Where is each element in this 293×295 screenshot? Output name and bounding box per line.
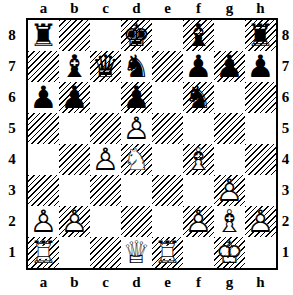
square-g2[interactable]: ♝♗ bbox=[214, 206, 245, 237]
piece-black-pawn: ♟ bbox=[216, 51, 244, 82]
square-d2[interactable] bbox=[121, 206, 152, 237]
square-g5[interactable] bbox=[214, 113, 245, 144]
square-a3[interactable] bbox=[28, 175, 59, 206]
square-h6[interactable] bbox=[245, 82, 276, 113]
square-f3[interactable] bbox=[183, 175, 214, 206]
square-b3[interactable] bbox=[59, 175, 90, 206]
rank-label-3: 3 bbox=[282, 183, 290, 198]
square-h5[interactable] bbox=[245, 113, 276, 144]
square-e1[interactable]: ♜♖ bbox=[152, 237, 183, 268]
piece-black-pawn: ♟ bbox=[123, 82, 151, 113]
square-g3[interactable]: ♟♙ bbox=[214, 175, 245, 206]
file-label-e: e bbox=[164, 1, 171, 16]
piece-white-bishop: ♝♗ bbox=[185, 144, 213, 175]
square-c4[interactable]: ♟♙ bbox=[90, 144, 121, 175]
square-g7[interactable]: ♟ bbox=[214, 51, 245, 82]
square-d8[interactable]: ♚ bbox=[121, 20, 152, 51]
piece-black-pawn: ♟ bbox=[30, 82, 58, 113]
rank-label-4: 4 bbox=[8, 152, 16, 167]
piece-white-rook: ♜♖ bbox=[30, 237, 58, 268]
piece-white-knight: ♞♘ bbox=[123, 144, 151, 175]
square-g6[interactable] bbox=[214, 82, 245, 113]
file-label-g: g bbox=[226, 1, 234, 16]
piece-white-pawn: ♟♙ bbox=[216, 175, 244, 206]
piece-white-pawn: ♟♙ bbox=[123, 113, 151, 144]
square-e3[interactable] bbox=[152, 175, 183, 206]
square-f4[interactable]: ♝♗ bbox=[183, 144, 214, 175]
square-h2[interactable]: ♟♙ bbox=[245, 206, 276, 237]
square-d4[interactable]: ♞♘ bbox=[121, 144, 152, 175]
square-a4[interactable] bbox=[28, 144, 59, 175]
piece-white-pawn: ♟♙ bbox=[185, 206, 213, 237]
file-label-a: a bbox=[40, 1, 48, 16]
piece-white-rook: ♜♖ bbox=[154, 237, 182, 268]
file-label-c: c bbox=[102, 275, 109, 290]
square-b8[interactable] bbox=[59, 20, 90, 51]
square-c5[interactable] bbox=[90, 113, 121, 144]
square-h4[interactable] bbox=[245, 144, 276, 175]
piece-black-knight: ♞ bbox=[185, 82, 213, 113]
piece-black-pawn: ♟ bbox=[185, 51, 213, 82]
square-a2[interactable]: ♟♙ bbox=[28, 206, 59, 237]
file-label-h: h bbox=[256, 1, 264, 16]
rank-label-6: 6 bbox=[282, 90, 290, 105]
rank-label-1: 1 bbox=[282, 245, 290, 260]
piece-black-pawn: ♟ bbox=[61, 82, 89, 113]
square-c6[interactable] bbox=[90, 82, 121, 113]
square-f1[interactable] bbox=[183, 237, 214, 268]
square-e7[interactable] bbox=[152, 51, 183, 82]
square-b2[interactable]: ♟♙ bbox=[59, 206, 90, 237]
square-a7[interactable] bbox=[28, 51, 59, 82]
file-label-e: e bbox=[164, 275, 171, 290]
square-c2[interactable] bbox=[90, 206, 121, 237]
piece-white-bishop: ♝♗ bbox=[216, 206, 244, 237]
square-h1[interactable] bbox=[245, 237, 276, 268]
square-f2[interactable]: ♟♙ bbox=[183, 206, 214, 237]
square-c1[interactable] bbox=[90, 237, 121, 268]
square-h7[interactable]: ♟ bbox=[245, 51, 276, 82]
rank-label-7: 7 bbox=[282, 59, 290, 74]
square-d7[interactable]: ♞ bbox=[121, 51, 152, 82]
square-b6[interactable]: ♟ bbox=[59, 82, 90, 113]
square-e6[interactable] bbox=[152, 82, 183, 113]
square-e5[interactable] bbox=[152, 113, 183, 144]
rank-label-8: 8 bbox=[282, 28, 290, 43]
piece-black-rook: ♜ bbox=[30, 20, 58, 51]
piece-black-pawn: ♟ bbox=[247, 51, 275, 82]
file-label-b: b bbox=[70, 275, 78, 290]
piece-black-queen: ♛ bbox=[92, 51, 120, 82]
square-e4[interactable] bbox=[152, 144, 183, 175]
rank-label-6: 6 bbox=[8, 90, 16, 105]
rank-label-8: 8 bbox=[8, 28, 16, 43]
chess-board: ♜♚♝♜♝♛♞♟♟♟♟♟♟♞♟♙♟♙♞♘♝♗♟♙♟♙♟♙♟♙♝♗♟♙♜♖♛♕♜♖… bbox=[26, 18, 278, 270]
piece-black-rook: ♜ bbox=[247, 20, 275, 51]
square-g4[interactable] bbox=[214, 144, 245, 175]
square-d3[interactable] bbox=[121, 175, 152, 206]
square-g1[interactable]: ♚♔ bbox=[214, 237, 245, 268]
square-c3[interactable] bbox=[90, 175, 121, 206]
rank-labels-left: 87654321 bbox=[0, 20, 24, 268]
square-a5[interactable] bbox=[28, 113, 59, 144]
file-label-d: d bbox=[132, 1, 140, 16]
square-e2[interactable] bbox=[152, 206, 183, 237]
rank-label-4: 4 bbox=[282, 152, 290, 167]
square-b4[interactable] bbox=[59, 144, 90, 175]
file-label-f: f bbox=[196, 1, 201, 16]
file-label-a: a bbox=[40, 275, 48, 290]
piece-white-pawn: ♟♙ bbox=[30, 206, 58, 237]
square-f8[interactable]: ♝ bbox=[183, 20, 214, 51]
piece-black-bishop: ♝ bbox=[61, 51, 89, 82]
square-f7[interactable]: ♟ bbox=[183, 51, 214, 82]
rank-label-7: 7 bbox=[8, 59, 16, 74]
square-f6[interactable]: ♞ bbox=[183, 82, 214, 113]
piece-black-knight: ♞ bbox=[123, 51, 151, 82]
square-b7[interactable]: ♝ bbox=[59, 51, 90, 82]
piece-black-king: ♚ bbox=[123, 20, 151, 51]
square-b1[interactable] bbox=[59, 237, 90, 268]
square-a1[interactable]: ♜♖ bbox=[28, 237, 59, 268]
rank-label-5: 5 bbox=[8, 121, 16, 136]
square-d6[interactable]: ♟ bbox=[121, 82, 152, 113]
piece-white-pawn: ♟♙ bbox=[92, 144, 120, 175]
file-label-g: g bbox=[226, 275, 234, 290]
rank-label-3: 3 bbox=[8, 183, 16, 198]
piece-white-queen: ♛♕ bbox=[123, 237, 151, 268]
file-label-h: h bbox=[256, 275, 264, 290]
piece-white-pawn: ♟♙ bbox=[247, 206, 275, 237]
file-labels-bottom: abcdefgh bbox=[28, 270, 276, 294]
square-d1[interactable]: ♛♕ bbox=[121, 237, 152, 268]
square-h8[interactable]: ♜ bbox=[245, 20, 276, 51]
rank-labels-right: 87654321 bbox=[278, 20, 293, 268]
rank-label-2: 2 bbox=[282, 214, 290, 229]
square-a6[interactable]: ♟ bbox=[28, 82, 59, 113]
file-label-f: f bbox=[196, 275, 201, 290]
file-label-c: c bbox=[102, 1, 109, 16]
piece-white-king: ♚♔ bbox=[216, 237, 244, 268]
file-label-d: d bbox=[132, 275, 140, 290]
square-h3[interactable] bbox=[245, 175, 276, 206]
rank-label-2: 2 bbox=[8, 214, 16, 229]
square-c8[interactable] bbox=[90, 20, 121, 51]
square-b5[interactable] bbox=[59, 113, 90, 144]
square-f5[interactable] bbox=[183, 113, 214, 144]
square-e8[interactable] bbox=[152, 20, 183, 51]
square-a8[interactable]: ♜ bbox=[28, 20, 59, 51]
rank-label-5: 5 bbox=[282, 121, 290, 136]
piece-white-pawn: ♟♙ bbox=[61, 206, 89, 237]
square-g8[interactable] bbox=[214, 20, 245, 51]
square-c7[interactable]: ♛ bbox=[90, 51, 121, 82]
piece-black-bishop: ♝ bbox=[185, 20, 213, 51]
square-d5[interactable]: ♟♙ bbox=[121, 113, 152, 144]
file-label-b: b bbox=[70, 1, 78, 16]
file-labels-top: abcdefgh bbox=[28, 0, 276, 17]
rank-label-1: 1 bbox=[8, 245, 16, 260]
chess-diagram: abcdefgh 87654321 ♜♚♝♜♝♛♞♟♟♟♟♟♟♞♟♙♟♙♞♘♝♗… bbox=[0, 0, 293, 295]
